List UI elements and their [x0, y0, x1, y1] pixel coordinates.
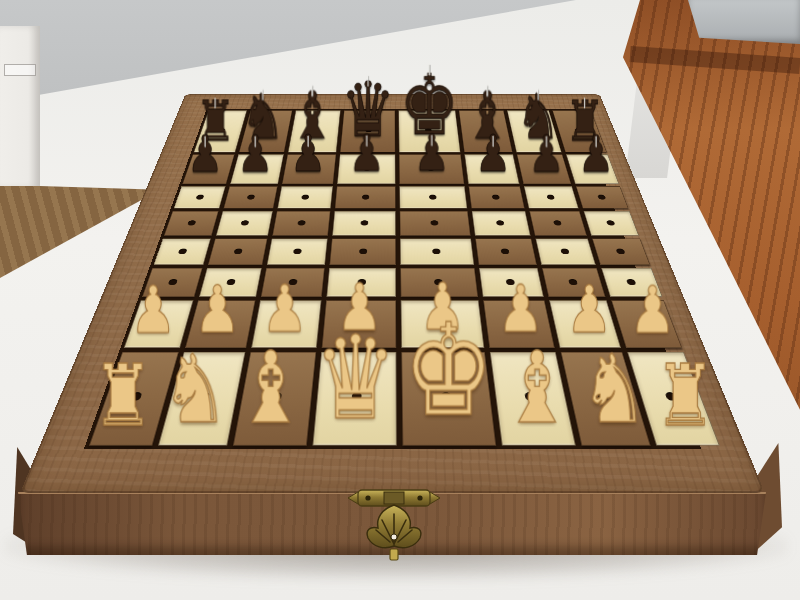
square-d7: ♟: [337, 154, 396, 184]
square-b4: [208, 238, 268, 264]
square-h6: [576, 186, 628, 208]
piece-top-pin: [487, 85, 488, 96]
piece-white-rook-a1: ♜: [93, 353, 154, 438]
square-e4: [400, 238, 474, 264]
square-d4: [329, 238, 396, 264]
square-g7: ♟: [516, 154, 571, 184]
piece-top-pin: [537, 90, 538, 101]
piece-top-pin: [262, 90, 263, 101]
brass-clasp: [346, 486, 442, 564]
piece-top-pin: [431, 135, 433, 146]
square-h4: [592, 238, 650, 264]
piece-white-king-e1: ♚: [404, 308, 495, 435]
square-e1: ♚: [402, 352, 497, 445]
piece-white-knight-g1: ♞: [580, 343, 647, 437]
piece-top-pin: [545, 136, 547, 147]
square-g1: ♞: [560, 352, 651, 445]
square-f4: [475, 238, 536, 264]
square-d5: [332, 211, 396, 235]
piece-black-pawn-d7: ♟: [348, 129, 384, 180]
square-f1: ♝: [490, 352, 575, 445]
photo-scene: ♜♞♝♛♚♝♞♜♟♟♟♟♟♟♟♟♟♟♟♟♟♟♟♟♜♞♝♛♚♝♞♜: [0, 0, 800, 600]
square-a5: [164, 211, 218, 235]
clasp-plate: [348, 490, 440, 506]
square-e7: ♟: [399, 154, 464, 184]
piece-black-pawn-c7: ♟: [290, 129, 326, 180]
piece-white-bishop-f1: ♝: [502, 338, 573, 437]
square-b5: [216, 211, 273, 235]
piece-white-knight-b1: ♞: [161, 343, 228, 437]
board-frame: ♜♞♝♛♚♝♞♜♟♟♟♟♟♟♟♟♟♟♟♟♟♟♟♟♜♞♝♛♚♝♞♜: [20, 94, 765, 493]
piece-white-rook-h1: ♜: [655, 353, 716, 438]
piece-top-pin: [312, 85, 313, 96]
piece-white-pawn-a2: ♟: [130, 277, 176, 342]
clasp-tongue: [390, 549, 398, 560]
square-c5: [273, 211, 331, 235]
piece-top-pin: [215, 97, 216, 108]
square-c1: ♝: [233, 352, 316, 445]
square-c7: ♟: [282, 154, 336, 184]
piece-white-bishop-c1: ♝: [236, 338, 307, 437]
piece-white-pawn-h2: ♟: [629, 277, 675, 342]
chess-board: ♜♞♝♛♚♝♞♜♟♟♟♟♟♟♟♟♟♟♟♟♟♟♟♟♜♞♝♛♚♝♞♜: [20, 0, 765, 493]
square-c4: [267, 238, 327, 264]
piece-black-pawn-h7: ♟: [578, 130, 614, 181]
piece-black-pawn-b7: ♟: [237, 129, 273, 180]
square-b1: ♞: [158, 352, 246, 445]
square-d1: ♛: [312, 352, 397, 445]
square-a6: [174, 186, 226, 208]
square-b6: [223, 186, 278, 208]
square-f6: [469, 186, 525, 208]
square-e5: [400, 211, 471, 235]
square-f5: [472, 211, 530, 235]
square-h7: ♟: [566, 154, 619, 184]
piece-white-queen-d1: ♛: [314, 321, 396, 436]
piece-top-pin: [254, 136, 256, 147]
square-d6: [334, 186, 395, 208]
square-g4: [535, 238, 596, 264]
square-c6: [278, 186, 333, 208]
clasp-shell: [367, 505, 421, 560]
piece-white-pawn-g2: ♟: [566, 277, 612, 342]
piece-black-pawn-e7: ♟: [414, 128, 450, 179]
square-f7: ♟: [465, 154, 520, 184]
piece-top-pin: [595, 136, 597, 147]
piece-black-pawn-a7: ♟: [187, 130, 223, 181]
piece-top-pin: [492, 136, 494, 147]
piece-top-pin: [307, 136, 309, 147]
piece-top-pin: [367, 76, 368, 87]
square-a4: [154, 238, 211, 264]
square-g6: [524, 186, 579, 208]
piece-top-pin: [366, 135, 368, 146]
board-grid: ♜♞♝♛♚♝♞♜♟♟♟♟♟♟♟♟♟♟♟♟♟♟♟♟♜♞♝♛♚♝♞♜: [84, 109, 701, 449]
piece-top-pin: [204, 136, 206, 147]
piece-top-pin: [429, 65, 430, 76]
square-b7: ♟: [230, 154, 284, 184]
square-e6: [400, 186, 468, 208]
square-g5: [529, 211, 587, 235]
piece-black-pawn-g7: ♟: [528, 129, 564, 180]
piece-white-pawn-b2: ♟: [194, 277, 240, 342]
piece-black-pawn-f7: ♟: [475, 129, 511, 180]
square-h5: [584, 211, 639, 235]
square-a7: ♟: [182, 154, 234, 184]
piece-top-pin: [584, 97, 585, 108]
